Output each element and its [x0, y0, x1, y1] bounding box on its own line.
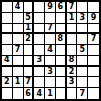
cell-r6c9-empty[interactable]: [88, 56, 99, 67]
cell-r2c2-empty[interactable]: [13, 13, 24, 24]
cell-r1c8-empty[interactable]: [77, 2, 88, 13]
cell-r6c7-given-8: 8: [67, 56, 78, 67]
cell-r6c8-empty[interactable]: [77, 56, 88, 67]
cell-r4c1-empty[interactable]: [2, 34, 13, 45]
cell-r9c4-given-4: 4: [34, 88, 45, 99]
cell-r8c4-empty[interactable]: [34, 77, 45, 88]
cell-r6c5-empty[interactable]: [45, 56, 56, 67]
cell-r1c6-given-6: 6: [56, 2, 67, 13]
cell-r1c7-given-7: 7: [67, 2, 78, 13]
cell-r8c6-empty[interactable]: [56, 77, 67, 88]
cell-r5c1-empty[interactable]: [2, 45, 13, 56]
cell-r2c1-empty[interactable]: [2, 13, 13, 24]
cell-r6c3-empty[interactable]: [24, 56, 35, 67]
cell-r4c4-empty[interactable]: [34, 34, 45, 45]
cell-r2c4-empty[interactable]: [34, 13, 45, 24]
cell-r2c7-given-1: 1: [67, 13, 78, 24]
cell-r6c2-empty[interactable]: [13, 56, 24, 67]
cell-r4c2-empty[interactable]: [13, 34, 24, 45]
cell-r3c2-empty[interactable]: [13, 24, 24, 35]
cell-r1c3-empty[interactable]: [24, 2, 35, 13]
cell-r8c2-given-1: 1: [13, 77, 24, 88]
cell-r6c1-given-4: 4: [2, 56, 13, 67]
cell-r1c5-given-9: 9: [45, 2, 56, 13]
cell-r7c1-empty[interactable]: [2, 67, 13, 78]
cell-r8c8-empty[interactable]: [77, 77, 88, 88]
cell-r5c9-empty[interactable]: [88, 45, 99, 56]
cell-r9c9-empty[interactable]: [88, 88, 99, 99]
cell-r3c7-empty[interactable]: [67, 24, 78, 35]
cell-r8c7-given-3: 3: [67, 77, 78, 88]
cell-r1c9-empty[interactable]: [88, 2, 99, 13]
cell-r7c5-given-3: 3: [45, 67, 56, 78]
cell-r5c5-given-4: 4: [45, 45, 56, 56]
cell-r3c3-given-1: 1: [24, 24, 35, 35]
cell-r4c9-given-7: 7: [88, 34, 99, 45]
cell-r2c8-given-3: 3: [77, 13, 88, 24]
cell-r1c2-given-4: 4: [13, 2, 24, 13]
cell-r5c6-empty[interactable]: [56, 45, 67, 56]
cell-r3c8-empty[interactable]: [77, 24, 88, 35]
cell-r1c1-empty[interactable]: [2, 2, 13, 13]
cell-r8c1-given-2: 2: [2, 77, 13, 88]
cell-r1c4-empty[interactable]: [34, 2, 45, 13]
cell-r9c7-empty[interactable]: [67, 88, 78, 99]
cell-r9c2-empty[interactable]: [13, 88, 24, 99]
cell-r7c9-empty[interactable]: [88, 67, 99, 78]
cell-r5c8-given-5: 5: [77, 45, 88, 56]
cell-r8c3-given-7: 7: [24, 77, 35, 88]
cell-r5c4-empty[interactable]: [34, 45, 45, 56]
cell-r3c5-given-7: 7: [45, 24, 56, 35]
cell-r4c7-empty[interactable]: [67, 34, 78, 45]
cell-r7c7-given-2: 2: [67, 67, 78, 78]
cell-r7c2-empty[interactable]: [13, 67, 24, 78]
cell-r2c6-empty[interactable]: [56, 13, 67, 24]
cell-r9c5-given-1: 1: [45, 88, 56, 99]
cell-r9c1-empty[interactable]: [2, 88, 13, 99]
cell-r2c3-given-5: 5: [24, 13, 35, 24]
cell-r4c5-empty[interactable]: [45, 34, 56, 45]
cell-r7c6-empty[interactable]: [56, 67, 67, 78]
cell-r4c8-empty[interactable]: [77, 34, 88, 45]
cell-r5c7-empty[interactable]: [67, 45, 78, 56]
sudoku-board: 49675139172877454383221736417: [0, 0, 101, 101]
cell-r2c5-empty[interactable]: [45, 13, 56, 24]
cell-r9c6-empty[interactable]: [56, 88, 67, 99]
cell-r8c5-empty[interactable]: [45, 77, 56, 88]
cell-r2c9-given-9: 9: [88, 13, 99, 24]
cell-r6c4-given-3: 3: [34, 56, 45, 67]
cell-r3c6-empty[interactable]: [56, 24, 67, 35]
cell-r8c9-empty[interactable]: [88, 77, 99, 88]
cell-r9c8-given-7: 7: [77, 88, 88, 99]
cell-r6c6-empty[interactable]: [56, 56, 67, 67]
cell-r7c8-empty[interactable]: [77, 67, 88, 78]
cell-r9c3-given-6: 6: [24, 88, 35, 99]
cell-r3c1-empty[interactable]: [2, 24, 13, 35]
cell-r5c2-given-7: 7: [13, 45, 24, 56]
cell-r3c9-empty[interactable]: [88, 24, 99, 35]
cell-r7c3-empty[interactable]: [24, 67, 35, 78]
cell-r4c3-given-2: 2: [24, 34, 35, 45]
cell-r7c4-empty[interactable]: [34, 67, 45, 78]
cell-r3c4-empty[interactable]: [34, 24, 45, 35]
cell-r5c3-empty[interactable]: [24, 45, 35, 56]
cell-r4c6-given-8: 8: [56, 34, 67, 45]
